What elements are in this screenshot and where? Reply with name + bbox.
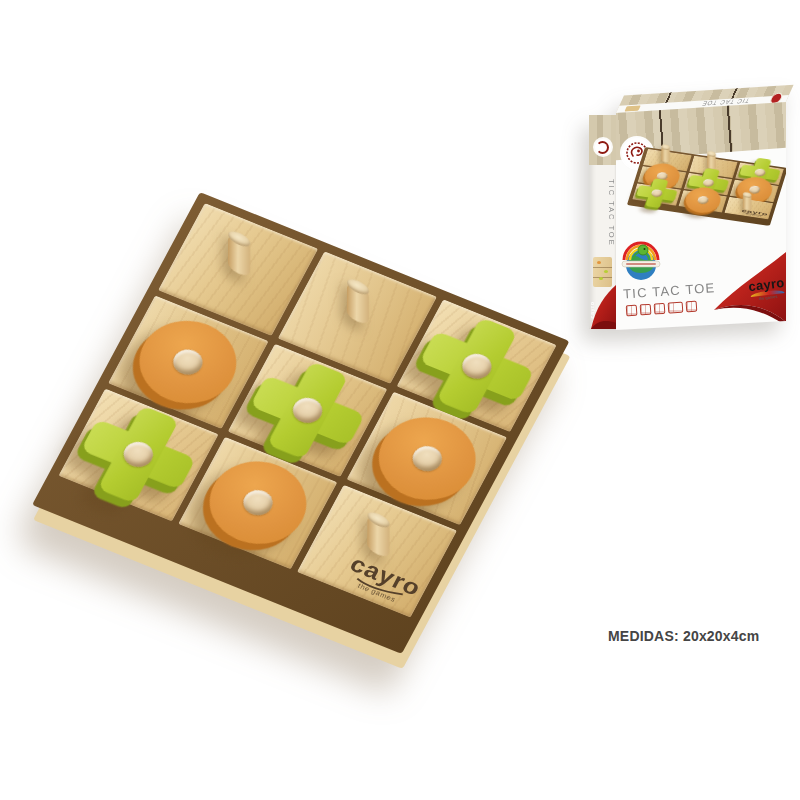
spine-title: TIC TAC TOE <box>589 173 616 253</box>
dexterity-icon <box>654 303 666 315</box>
cell-r3c2-o <box>678 190 727 213</box>
spine-brand: cayro <box>589 301 595 318</box>
age-range-icon <box>626 305 638 317</box>
contents-icon <box>668 302 684 314</box>
cell-r3c1-x <box>632 183 681 206</box>
box-spine-face: TIC TAC TOE cayro <box>589 115 616 329</box>
language-icon <box>686 301 698 313</box>
o-piece <box>678 190 727 213</box>
tic-tac-toe-board: cayrothe games <box>32 192 570 654</box>
box-top-thumbnail <box>624 105 640 111</box>
box-art-board: cayrothe games <box>627 147 788 226</box>
box-front-face: cayrothe games TIC TAC TOE <box>616 102 786 330</box>
spec-icons-row <box>626 301 698 317</box>
brand-word: cayro <box>745 277 788 293</box>
players-icon <box>640 304 652 316</box>
spine-monkey-badge-icon <box>595 139 611 155</box>
product-box: TIC TAC TOE TIC TAC TOE cayro cayrothe g… <box>589 94 800 342</box>
rainbow-earth-logo-icon <box>618 238 664 282</box>
dimensions-caption: MEDIDAS: 20x20x4cm <box>608 628 759 644</box>
x-piece <box>632 183 681 206</box>
